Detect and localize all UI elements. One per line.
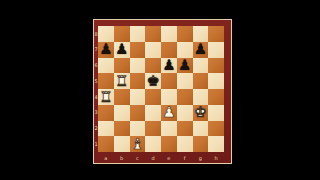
rank-label-5: 5 [94, 79, 98, 84]
piece-black-king-d5: ♚ [147, 73, 160, 88]
square-b8 [114, 26, 130, 42]
square-g6 [193, 58, 209, 74]
rank-label-7: 7 [94, 47, 98, 52]
file-label-a: a [98, 156, 114, 161]
square-e6: ♟ [161, 58, 177, 74]
square-e4 [161, 89, 177, 105]
square-g4 [193, 89, 209, 105]
file-label-c: c [130, 156, 146, 161]
file-label-b: b [114, 156, 130, 161]
square-g8 [193, 26, 209, 42]
square-b4 [114, 89, 130, 105]
square-e3: ♟ [161, 105, 177, 121]
square-a4: ♜ [98, 89, 114, 105]
square-d4 [145, 89, 161, 105]
square-f8 [177, 26, 193, 42]
square-c6 [130, 58, 146, 74]
square-h8 [208, 26, 224, 42]
rank-label-1: 1 [94, 142, 98, 147]
square-g7: ♟ [193, 42, 209, 58]
square-a8 [98, 26, 114, 42]
square-f3 [177, 105, 193, 121]
square-d6 [145, 58, 161, 74]
file-label-g: g [193, 156, 209, 161]
piece-white-king-g3: ♚ [194, 105, 207, 120]
square-g5 [193, 73, 209, 89]
square-f7 [177, 42, 193, 58]
square-a2 [98, 121, 114, 137]
file-label-d: d [145, 156, 161, 161]
square-g2 [193, 121, 209, 137]
square-h2 [208, 121, 224, 137]
square-b1 [114, 136, 130, 152]
chess-board-grid: ♟♟♟♟♟♜♚♜♟♚♝ [98, 26, 224, 152]
square-c7 [130, 42, 146, 58]
square-c2 [130, 121, 146, 137]
square-e2 [161, 121, 177, 137]
file-label-e: e [161, 156, 177, 161]
square-a5 [98, 73, 114, 89]
square-f1 [177, 136, 193, 152]
square-d2 [145, 121, 161, 137]
file-label-f: f [177, 156, 193, 161]
square-d8 [145, 26, 161, 42]
square-e8 [161, 26, 177, 42]
square-e1 [161, 136, 177, 152]
square-a3 [98, 105, 114, 121]
video-frame: { "game": "chess", "position": "8/pp4p1/… [0, 0, 320, 180]
square-d1 [145, 136, 161, 152]
piece-black-pawn-a7: ♟ [99, 42, 112, 57]
square-c8 [130, 26, 146, 42]
square-c5 [130, 73, 146, 89]
square-e7 [161, 42, 177, 58]
square-b7: ♟ [114, 42, 130, 58]
square-b3 [114, 105, 130, 121]
square-c1: ♝ [130, 136, 146, 152]
square-h7 [208, 42, 224, 58]
square-h4 [208, 89, 224, 105]
square-e5 [161, 73, 177, 89]
square-g1 [193, 136, 209, 152]
square-b6 [114, 58, 130, 74]
piece-white-rook-a4: ♜ [99, 89, 112, 104]
rank-label-6: 6 [94, 63, 98, 68]
square-h5 [208, 73, 224, 89]
square-h3 [208, 105, 224, 121]
square-c3 [130, 105, 146, 121]
square-f5 [177, 73, 193, 89]
rank-label-2: 2 [94, 126, 98, 131]
square-b5: ♜ [114, 73, 130, 89]
piece-white-pawn-e3: ♟ [162, 105, 175, 120]
piece-white-bishop-c1: ♝ [131, 136, 144, 151]
square-d7 [145, 42, 161, 58]
piece-black-pawn-e6: ♟ [162, 58, 175, 73]
square-f6: ♟ [177, 58, 193, 74]
square-a6 [98, 58, 114, 74]
piece-black-pawn-g7: ♟ [194, 42, 207, 57]
rank-label-8: 8 [94, 32, 98, 37]
square-a1 [98, 136, 114, 152]
square-f2 [177, 121, 193, 137]
chess-board: ♟♟♟♟♟♜♚♜♟♚♝ 87654321abcdefgh [93, 19, 232, 164]
square-d3 [145, 105, 161, 121]
piece-black-pawn-f6: ♟ [178, 58, 191, 73]
square-c4 [130, 89, 146, 105]
piece-black-pawn-b7: ♟ [115, 42, 128, 57]
file-label-h: h [208, 156, 224, 161]
square-g3: ♚ [193, 105, 209, 121]
rank-label-4: 4 [94, 95, 98, 100]
square-d5: ♚ [145, 73, 161, 89]
square-f4 [177, 89, 193, 105]
piece-white-rook-b5: ♜ [115, 73, 128, 88]
rank-label-3: 3 [94, 110, 98, 115]
square-a7: ♟ [98, 42, 114, 58]
square-b2 [114, 121, 130, 137]
square-h1 [208, 136, 224, 152]
square-h6 [208, 58, 224, 74]
